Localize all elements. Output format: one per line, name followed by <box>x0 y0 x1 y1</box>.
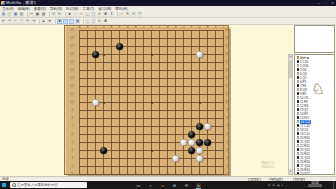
star-point <box>103 54 105 56</box>
coord-label-top: Q <box>196 26 204 29</box>
toolbar-button[interactable]: ◐ <box>79 12 84 17</box>
coord-label-top: J <box>140 26 148 29</box>
coord-label-top: R <box>204 26 212 29</box>
move-list: 新棋局1 C162 Q163 D44 Q45 Q56 P57 P48 Q39 R… <box>294 54 335 175</box>
toolbar-button[interactable]: ◻ <box>91 19 96 24</box>
taskbar-app-go-app[interactable]: ● <box>196 183 201 188</box>
menu-item[interactable]: 查看(V) <box>32 7 48 11</box>
windows-taskbar: 在这里输入你要搜索的内容 ▭e▱⊞✉● ∧中◭◖ 16:42 2021/6/18 <box>0 181 336 189</box>
toolbar-button[interactable]: ✎ <box>125 12 130 17</box>
coord-label-right: 11 <box>222 93 232 96</box>
white-stone[interactable] <box>196 155 203 162</box>
toolbar-button[interactable]: ● <box>67 12 72 17</box>
menu-item[interactable]: 窗口(W) <box>96 7 113 11</box>
coord-label-right: 13 <box>222 77 232 80</box>
white-move-icon <box>297 104 300 107</box>
toolbar-button[interactable]: ▼ <box>47 19 52 24</box>
black-move-icon <box>297 76 300 79</box>
star-point <box>199 102 201 104</box>
black-move-icon <box>297 148 300 151</box>
black-move-icon <box>297 84 300 87</box>
star-point <box>151 150 153 152</box>
coord-label-right: 8 <box>222 117 232 120</box>
toolbar-button[interactable]: 1 <box>109 12 114 17</box>
horse-mascot-image: ♘ <box>311 81 324 96</box>
toolbar-button[interactable]: ⇥ <box>31 19 36 24</box>
coord-label-right: 10 <box>222 101 232 104</box>
coord-label-left: 7 <box>67 125 77 128</box>
search-placeholder: 在这里输入你要搜索的内容 <box>17 183 58 187</box>
coord-label-top: O <box>180 26 188 29</box>
search-icon <box>12 183 17 188</box>
star-point <box>151 102 153 104</box>
toolbar-button[interactable]: ✂ <box>29 12 34 17</box>
coord-label-left: 18 <box>67 37 77 40</box>
coord-label-right: 14 <box>222 69 232 72</box>
coord-label-top: G <box>124 26 132 29</box>
coord-label-left: 12 <box>67 85 77 88</box>
black-stone[interactable] <box>188 147 195 154</box>
toolbar-button[interactable]: ⇤ <box>1 19 6 24</box>
coord-label-right: 9 <box>222 109 232 112</box>
black-stone[interactable] <box>100 147 107 154</box>
toolbar-button[interactable]: ▨ <box>41 12 46 17</box>
go-board[interactable]: AA1919BB1818CC1717DD1616EE1515FF1414GG13… <box>64 25 229 175</box>
toolbar-separator <box>117 12 118 17</box>
toolbar-button[interactable]: ▤ <box>1 12 6 17</box>
white-stone[interactable] <box>92 99 99 106</box>
toolbar-button[interactable]: ⌕ <box>119 12 124 17</box>
toolbar-button[interactable]: ▦ <box>13 12 18 17</box>
menu-item[interactable]: 标记(M) <box>64 7 81 11</box>
white-move-icon <box>297 120 300 123</box>
black-move-icon <box>297 116 300 119</box>
black-stone[interactable] <box>196 123 203 130</box>
white-stone[interactable] <box>196 51 203 58</box>
toolbar-button[interactable]: ↻ <box>57 12 62 17</box>
menu-item[interactable]: 导航(N) <box>48 7 64 11</box>
toolbar-button[interactable]: ▲ <box>41 19 46 24</box>
menu-item[interactable]: 文件(F) <box>0 7 16 11</box>
black-move-icon <box>297 60 300 63</box>
black-stone[interactable] <box>196 139 203 146</box>
taskbar-search-box[interactable]: 在这里输入你要搜索的内容 <box>10 182 87 188</box>
black-stone[interactable] <box>116 43 123 50</box>
toolbar-button[interactable]: ‹ <box>13 19 18 24</box>
coord-label-right: 18 <box>222 37 232 40</box>
scroll-up-arrow[interactable]: ▲ <box>289 55 292 59</box>
white-move-icon <box>297 112 300 115</box>
coord-label-top: F <box>116 26 124 29</box>
toolbar-separator <box>65 12 66 17</box>
star-point <box>151 54 153 56</box>
black-stone[interactable] <box>92 51 99 58</box>
white-stone[interactable] <box>180 139 187 146</box>
black-move-icon <box>297 100 300 103</box>
black-move-icon <box>297 124 300 127</box>
coord-label-top: K <box>148 26 156 29</box>
coord-label-right: 17 <box>222 45 232 48</box>
toolbar-button[interactable]: A <box>103 12 108 17</box>
white-move-icon <box>297 160 300 163</box>
taskbar-app-edge[interactable]: e <box>148 183 153 188</box>
black-move-icon <box>297 108 300 111</box>
scroll-down-arrow[interactable]: ▼ <box>289 170 292 174</box>
toolbar-separator <box>83 19 84 24</box>
toolbar-button[interactable]: ✕ <box>97 19 102 24</box>
tray-ime-chinese-icon[interactable]: 中 <box>272 183 275 187</box>
main-area: AA1919BB1818CC1717DD1616EE1515FF1414GG13… <box>0 25 336 176</box>
black-move-icon <box>297 140 300 143</box>
black-stone[interactable] <box>204 139 211 146</box>
tray-hidden-icons-icon[interactable]: ∧ <box>268 183 270 187</box>
app-icon <box>1 1 5 5</box>
coord-label-left: 10 <box>67 101 77 104</box>
toolbar-button[interactable]: ? <box>137 12 142 17</box>
tray-network-icon[interactable]: ◭ <box>277 183 279 187</box>
coord-label-left: 5 <box>67 141 77 144</box>
toolbar-separator <box>39 19 40 24</box>
white-move-icon <box>297 72 300 75</box>
move-list-scrollbar[interactable]: ▲ ▼ <box>288 54 293 175</box>
black-move-icon <box>297 92 300 95</box>
coord-label-right: 4 <box>222 149 232 152</box>
toolbar-button[interactable]: « <box>7 19 12 24</box>
black-move-icon <box>297 68 300 71</box>
toolbar-main: ▤◰▦▥✂▣▨↺↻●○◐△◻✕A1⌕✎✦? <box>0 11 336 18</box>
black-move-icon <box>297 156 300 159</box>
toolbar-button[interactable]: » <box>25 19 30 24</box>
toolbar-button[interactable]: A <box>103 19 108 24</box>
black-move-icon <box>297 172 300 175</box>
coord-label-right: 6 <box>222 133 232 136</box>
toolbar-separator <box>55 19 56 24</box>
black-move-icon <box>297 132 300 135</box>
toolbar-button[interactable]: △ <box>85 12 90 17</box>
coord-label-left: 15 <box>67 61 77 64</box>
toolbar-separator <box>49 12 50 17</box>
menu-item[interactable]: 帮助(H) <box>113 7 129 11</box>
taskbar-app-task-view[interactable]: ▭ <box>136 183 141 188</box>
screen: MultiGo - 棋谱1 ─ □ ✕ 文件(F)编辑(E)查看(V)导航(N)… <box>0 0 336 189</box>
coord-label-left: 8 <box>67 117 77 120</box>
coord-label-top: M <box>164 26 172 29</box>
watermark: 围棋打谱 MultiGo <box>250 161 286 169</box>
toolbar-button[interactable]: ✦ <box>131 12 136 17</box>
taskbar-clock[interactable]: 16:42 2021/6/18 <box>301 182 329 189</box>
white-move-icon <box>297 64 300 67</box>
toolbar-navigation: ⇤«‹›»⇥▲▼●○◌▦△◻✕A <box>0 18 336 25</box>
white-move-icon <box>297 88 300 91</box>
coord-label-right: 16 <box>222 53 232 56</box>
taskbar-app-mail[interactable]: ✉ <box>184 183 189 188</box>
black-stone[interactable] <box>188 131 195 138</box>
toolbar-button[interactable]: › <box>19 19 24 24</box>
coord-label-top: P <box>188 26 196 29</box>
toolbar-button[interactable]: ○ <box>63 19 68 24</box>
coord-label-top: B <box>84 26 92 29</box>
white-move-icon <box>297 128 300 131</box>
menu-item[interactable]: 工具(T) <box>81 7 97 11</box>
toolbar-button[interactable]: ● <box>57 19 62 24</box>
white-move-icon <box>297 80 300 83</box>
toolbar-button[interactable]: ◰ <box>7 12 12 17</box>
taskbar-app-store[interactable]: ⊞ <box>172 183 177 188</box>
coord-label-left: 4 <box>67 149 77 152</box>
white-move-icon <box>297 136 300 139</box>
menu-item[interactable]: 编辑(E) <box>16 7 32 11</box>
move-list-item[interactable]: 29 Q15 <box>295 172 334 176</box>
tray-volume-icon[interactable]: ◖ <box>282 183 284 187</box>
coord-label-left: 14 <box>67 69 77 72</box>
coord-label-left: 9 <box>67 109 77 112</box>
toolbar-button[interactable]: ▣ <box>35 12 40 17</box>
coord-label-top: E <box>108 26 116 29</box>
toolbar-button[interactable]: ◻ <box>91 12 96 17</box>
white-move-icon <box>297 144 300 147</box>
toolbar-separator <box>27 12 28 17</box>
coord-label-left: 13 <box>67 77 77 80</box>
coord-label-top: L <box>156 26 164 29</box>
coord-label-right: 7 <box>222 125 232 128</box>
toolbar-button[interactable]: ○ <box>73 12 78 17</box>
coord-label-right: 5 <box>222 141 232 144</box>
toolbar-button[interactable]: ✕ <box>97 12 102 17</box>
coord-label-right: 15 <box>222 61 232 64</box>
coord-label-top: N <box>172 26 180 29</box>
start-button[interactable] <box>2 183 6 187</box>
coord-label-left: 19 <box>67 29 77 32</box>
white-move-icon <box>297 96 300 99</box>
coord-label-left: 17 <box>67 45 77 48</box>
taskbar-app-file-explorer[interactable]: ▱ <box>160 183 165 188</box>
game-info-box[interactable] <box>294 25 335 53</box>
white-move-icon <box>297 168 300 171</box>
coord-label-top: H <box>132 26 140 29</box>
star-point <box>103 102 105 104</box>
coord-label-top: S <box>212 26 220 29</box>
coord-label-left: 16 <box>67 53 77 56</box>
white-stone[interactable] <box>196 147 203 154</box>
black-move-icon <box>297 164 300 167</box>
coord-label-left: 3 <box>67 157 77 160</box>
toolbar-button[interactable]: ▥ <box>19 12 24 17</box>
white-move-icon <box>297 152 300 155</box>
coord-label-right: 12 <box>222 85 232 88</box>
scroll-thumb[interactable] <box>289 60 292 78</box>
white-stone[interactable] <box>204 123 211 130</box>
coord-label-top: C <box>92 26 100 29</box>
white-stone[interactable] <box>188 139 195 146</box>
toolbar-button[interactable]: △ <box>85 19 90 24</box>
toolbar-button[interactable]: ◌ <box>69 19 74 24</box>
coord-label-left: 2 <box>67 165 77 168</box>
toolbar-button[interactable]: ↺ <box>51 12 56 17</box>
board-grid[interactable] <box>79 30 224 175</box>
coord-label-left: 6 <box>67 133 77 136</box>
coord-label-left: 11 <box>67 93 77 96</box>
white-stone[interactable] <box>172 155 179 162</box>
coord-label-right: 3 <box>222 157 232 160</box>
toolbar-button[interactable]: ▦ <box>75 19 80 24</box>
coord-label-right: 2 <box>222 165 232 168</box>
coord-label-top: T <box>220 26 228 29</box>
coord-label-top: D <box>100 26 108 29</box>
